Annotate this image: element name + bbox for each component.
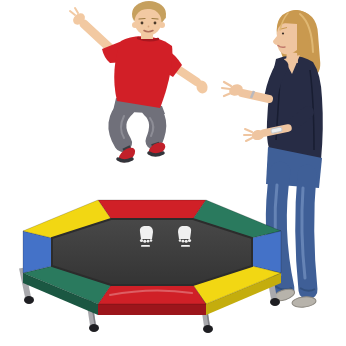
logo-toe [182, 240, 185, 243]
boy-right-sole [149, 153, 163, 155]
logo-toe [143, 240, 146, 243]
logo-toe [185, 240, 188, 243]
pad-back-red [98, 200, 206, 219]
product-photo [0, 0, 346, 346]
trampoline-foot [89, 324, 99, 332]
woman-eye [282, 32, 284, 34]
logo-toe [179, 239, 182, 242]
boy-nose [148, 26, 150, 28]
logo-toe [147, 240, 150, 243]
logo-toe [140, 239, 143, 242]
logo-toe [150, 239, 153, 242]
boy-pants-left-leg [117, 107, 127, 143]
logo-text-dash [141, 245, 150, 247]
boy-left-sole [118, 159, 132, 161]
logo-toe [188, 239, 191, 242]
logo-left-foot [140, 226, 153, 239]
pad-skirt-front [98, 304, 206, 315]
boy-eye [141, 22, 144, 25]
logo-right-foot [178, 226, 191, 239]
boy-shirt [114, 36, 172, 108]
trampoline-foot [203, 325, 213, 333]
trampoline-foot [270, 298, 280, 306]
scene-canvas [0, 0, 346, 346]
boy-eye [154, 22, 157, 25]
logo-text-dash [181, 245, 190, 247]
trampoline-foot [24, 296, 34, 304]
